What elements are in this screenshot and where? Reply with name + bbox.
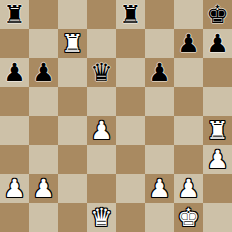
square-g2[interactable]: ♟: [174, 174, 203, 203]
square-g3[interactable]: [174, 145, 203, 174]
square-a7[interactable]: [0, 29, 29, 58]
square-f8[interactable]: [145, 0, 174, 29]
square-e4[interactable]: [116, 116, 145, 145]
square-g5[interactable]: [174, 87, 203, 116]
square-d3[interactable]: [87, 145, 116, 174]
square-e3[interactable]: [116, 145, 145, 174]
square-h2[interactable]: [203, 174, 232, 203]
square-c2[interactable]: [58, 174, 87, 203]
square-g4[interactable]: [174, 116, 203, 145]
square-a4[interactable]: [0, 116, 29, 145]
square-f3[interactable]: [145, 145, 174, 174]
square-f1[interactable]: [145, 203, 174, 232]
square-b2[interactable]: ♟: [29, 174, 58, 203]
square-a2[interactable]: ♟: [0, 174, 29, 203]
square-d4[interactable]: ♟: [87, 116, 116, 145]
black-king-h8[interactable]: ♚: [206, 0, 228, 29]
white-king-g1[interactable]: ♚: [177, 203, 199, 232]
black-rook-a8[interactable]: ♜: [3, 0, 25, 29]
square-d6[interactable]: ♛: [87, 58, 116, 87]
white-pawn-h3[interactable]: ♟: [206, 145, 228, 174]
square-d1[interactable]: ♛: [87, 203, 116, 232]
chess-board: ♜♜♚♜♟♟♟♟♛♟♟♜♟♟♟♟♟♛♚: [0, 0, 232, 232]
square-c3[interactable]: [58, 145, 87, 174]
square-b8[interactable]: [29, 0, 58, 29]
square-d5[interactable]: [87, 87, 116, 116]
white-pawn-b2[interactable]: ♟: [32, 174, 54, 203]
square-e6[interactable]: [116, 58, 145, 87]
square-g6[interactable]: [174, 58, 203, 87]
white-pawn-a2[interactable]: ♟: [3, 174, 25, 203]
square-h8[interactable]: ♚: [203, 0, 232, 29]
square-b6[interactable]: ♟: [29, 58, 58, 87]
square-h1[interactable]: [203, 203, 232, 232]
square-c4[interactable]: [58, 116, 87, 145]
square-d8[interactable]: [87, 0, 116, 29]
black-rook-e8[interactable]: ♜: [119, 0, 141, 29]
white-pawn-f2[interactable]: ♟: [148, 174, 170, 203]
square-b4[interactable]: [29, 116, 58, 145]
black-pawn-a6[interactable]: ♟: [3, 58, 25, 87]
square-g7[interactable]: ♟: [174, 29, 203, 58]
square-c8[interactable]: [58, 0, 87, 29]
white-rook-c7[interactable]: ♜: [61, 29, 83, 58]
square-a1[interactable]: [0, 203, 29, 232]
black-pawn-h7[interactable]: ♟: [206, 29, 228, 58]
white-rook-h4[interactable]: ♜: [206, 116, 228, 145]
square-e8[interactable]: ♜: [116, 0, 145, 29]
square-g8[interactable]: [174, 0, 203, 29]
white-pawn-g2[interactable]: ♟: [177, 174, 199, 203]
square-e5[interactable]: [116, 87, 145, 116]
black-pawn-f6[interactable]: ♟: [148, 58, 170, 87]
square-f5[interactable]: [145, 87, 174, 116]
black-pawn-g7[interactable]: ♟: [177, 29, 199, 58]
square-e7[interactable]: [116, 29, 145, 58]
square-a5[interactable]: [0, 87, 29, 116]
square-b1[interactable]: [29, 203, 58, 232]
square-f4[interactable]: [145, 116, 174, 145]
square-d2[interactable]: [87, 174, 116, 203]
square-h4[interactable]: ♜: [203, 116, 232, 145]
square-a3[interactable]: [0, 145, 29, 174]
black-queen-d6[interactable]: ♛: [90, 58, 112, 87]
square-a6[interactable]: ♟: [0, 58, 29, 87]
square-e1[interactable]: [116, 203, 145, 232]
square-c5[interactable]: [58, 87, 87, 116]
square-b7[interactable]: [29, 29, 58, 58]
square-c7[interactable]: ♜: [58, 29, 87, 58]
square-c1[interactable]: [58, 203, 87, 232]
square-g1[interactable]: ♚: [174, 203, 203, 232]
square-h7[interactable]: ♟: [203, 29, 232, 58]
black-pawn-b6[interactable]: ♟: [32, 58, 54, 87]
white-queen-d1[interactable]: ♛: [90, 203, 112, 232]
square-h5[interactable]: [203, 87, 232, 116]
square-d7[interactable]: [87, 29, 116, 58]
square-f7[interactable]: [145, 29, 174, 58]
square-e2[interactable]: [116, 174, 145, 203]
square-f2[interactable]: ♟: [145, 174, 174, 203]
square-f6[interactable]: ♟: [145, 58, 174, 87]
square-b5[interactable]: [29, 87, 58, 116]
white-pawn-d4[interactable]: ♟: [90, 116, 112, 145]
square-a8[interactable]: ♜: [0, 0, 29, 29]
square-c6[interactable]: [58, 58, 87, 87]
square-b3[interactable]: [29, 145, 58, 174]
square-h6[interactable]: [203, 58, 232, 87]
square-h3[interactable]: ♟: [203, 145, 232, 174]
